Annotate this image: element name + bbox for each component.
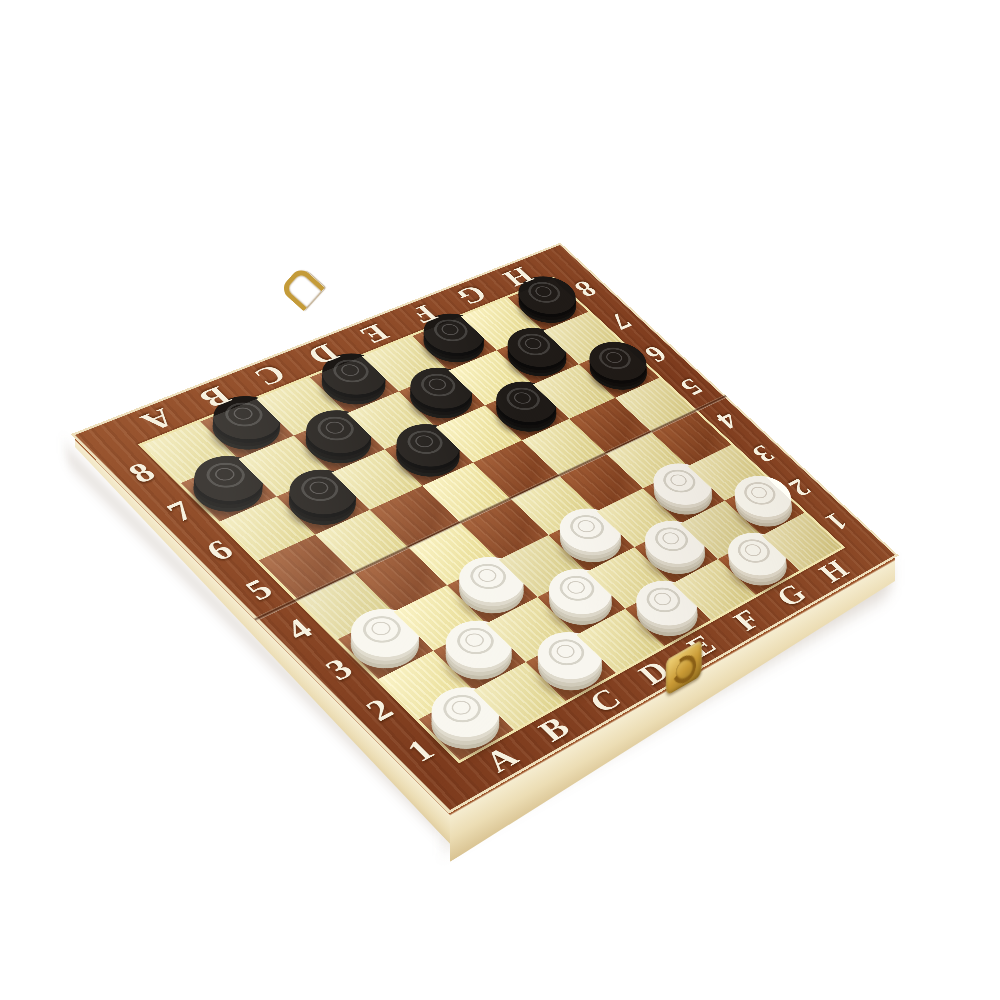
brass-hinge-loop-icon <box>279 266 325 312</box>
board-grid: ●●●●●●●●●●●●●●●●●●●●●●●● <box>142 279 841 760</box>
folding-chessboard: ●●●●●●●●●●●●●●●●●●●●●●●● AA88BB77CC66DD5… <box>75 245 895 810</box>
latch-hook-icon <box>670 655 700 684</box>
product-photo-scene: ●●●●●●●●●●●●●●●●●●●●●●●● AA88BB77CC66DD5… <box>0 0 1000 1000</box>
